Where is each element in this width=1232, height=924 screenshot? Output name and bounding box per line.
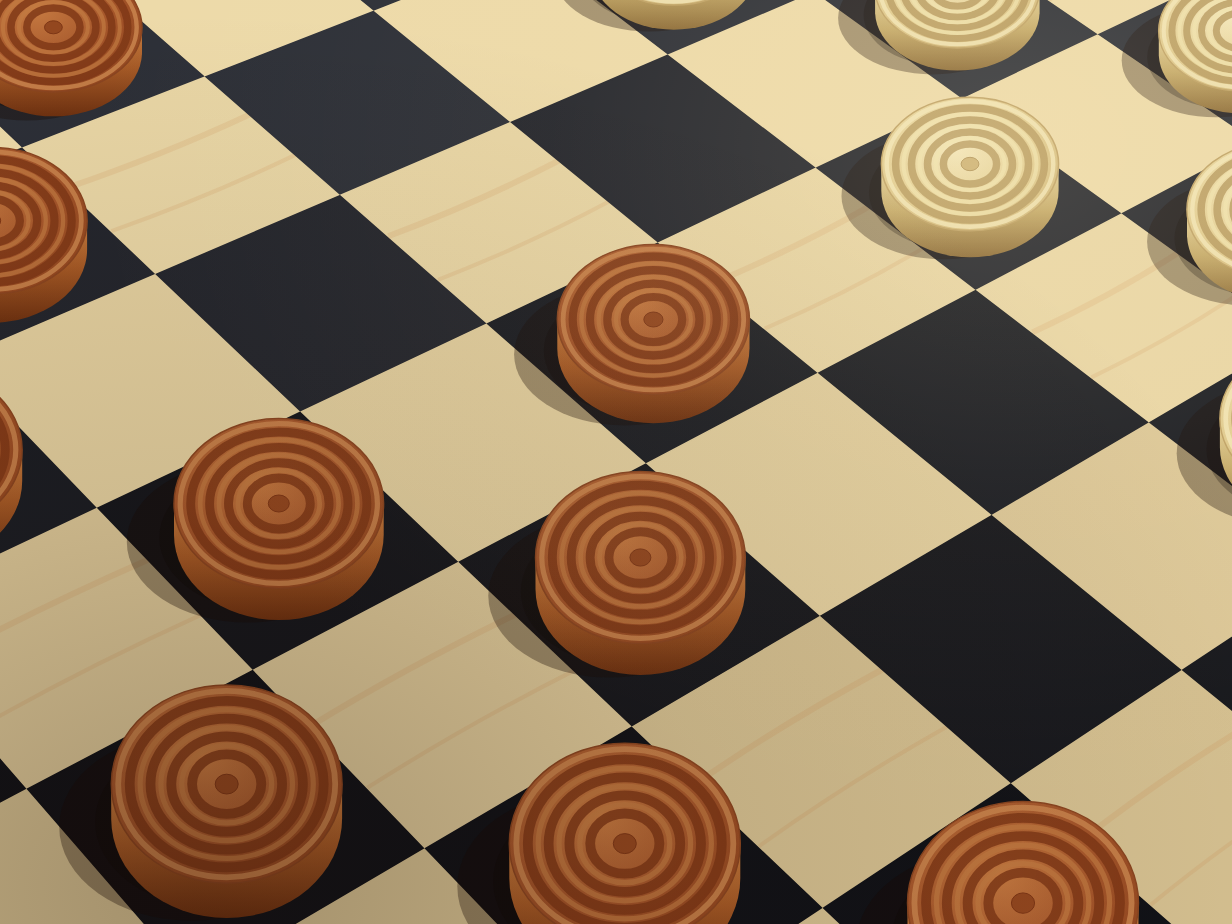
- checkers-board: [0, 0, 1232, 924]
- vignette-overlay: [0, 0, 1232, 924]
- checkers-photo-scene: [0, 0, 1232, 924]
